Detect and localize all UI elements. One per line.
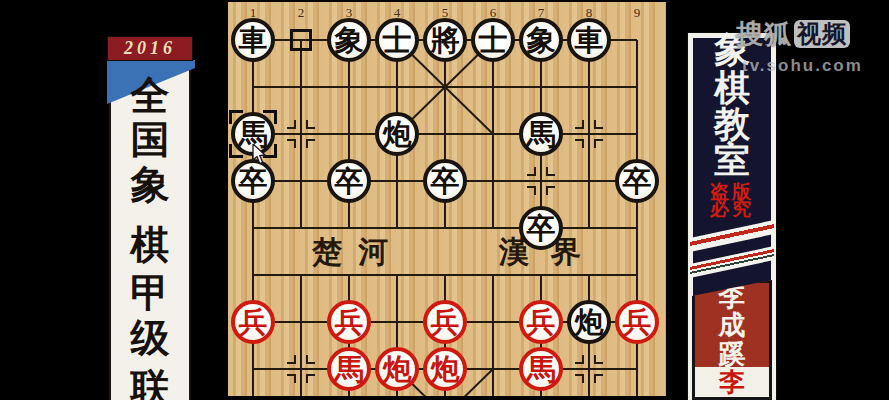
- point-marker: [546, 186, 555, 195]
- selection-corner: [263, 110, 277, 124]
- point-marker: [575, 355, 584, 364]
- piece-glyph: 將: [431, 22, 460, 58]
- red-piece-炮[interactable]: 炮: [423, 347, 467, 391]
- tournament-title-char: 联: [109, 366, 191, 400]
- red-piece-馬[interactable]: 馬: [519, 347, 563, 391]
- red-piece-兵[interactable]: 兵: [519, 300, 563, 344]
- piece-glyph: 兵: [527, 304, 556, 340]
- black-piece-卒[interactable]: 卒: [231, 159, 275, 203]
- classroom-title-char: 教: [688, 104, 776, 144]
- point-marker: [575, 374, 584, 383]
- piece-glyph: 兵: [431, 304, 460, 340]
- red-piece-兵[interactable]: 兵: [231, 300, 275, 344]
- red-piece-兵[interactable]: 兵: [423, 300, 467, 344]
- piece-glyph: 卒: [623, 163, 652, 199]
- tournament-title-char: 棋: [109, 223, 191, 267]
- black-piece-車[interactable]: 車: [567, 18, 611, 62]
- piece-glyph: 車: [575, 22, 604, 58]
- point-marker: [306, 374, 315, 383]
- file-label-2: 2: [291, 5, 311, 21]
- video-frame: 2016 全国象棋甲级联 123456789 楚河漢界 車象士將士象車馬炮馬卒卒…: [0, 0, 889, 400]
- black-piece-炮[interactable]: 炮: [375, 112, 419, 156]
- point-marker: [546, 167, 555, 176]
- point-marker: [287, 355, 296, 364]
- point-marker: [527, 186, 536, 195]
- piece-glyph: 馬: [335, 351, 364, 387]
- piece-glyph: 兵: [623, 304, 652, 340]
- black-piece-卒[interactable]: 卒: [327, 159, 371, 203]
- piece-glyph: 士: [479, 22, 508, 58]
- point-marker: [306, 120, 315, 129]
- point-marker: [594, 355, 603, 364]
- black-piece-將[interactable]: 將: [423, 18, 467, 62]
- red-piece-兵[interactable]: 兵: [615, 300, 659, 344]
- piece-glyph: 炮: [431, 351, 460, 387]
- presenter-name-char: 蹊: [695, 339, 769, 369]
- point-marker: [287, 374, 296, 383]
- next-name-char: 李: [719, 368, 745, 397]
- piece-glyph: 炮: [383, 116, 412, 152]
- piece-glyph: 兵: [239, 304, 268, 340]
- piece-glyph: 士: [383, 22, 412, 58]
- piece-glyph: 卒: [239, 163, 268, 199]
- black-piece-士[interactable]: 士: [471, 18, 515, 62]
- black-piece-象[interactable]: 象: [519, 18, 563, 62]
- sohu-video-watermark: 搜狐 视频 tv.sohu.com: [736, 16, 888, 76]
- tournament-title-char: 国: [109, 118, 191, 162]
- piece-glyph: 象: [335, 22, 364, 58]
- selection-corner: [229, 144, 243, 158]
- point-marker: [287, 139, 296, 148]
- point-marker: [594, 120, 603, 129]
- sohu-brand-text: 搜狐: [736, 16, 792, 52]
- point-marker: [287, 120, 296, 129]
- black-piece-卒[interactable]: 卒: [615, 159, 659, 203]
- selection-corner: [229, 110, 243, 124]
- point-marker: [306, 355, 315, 364]
- black-piece-卒[interactable]: 卒: [519, 206, 563, 250]
- presenter-name-plate: 李成蹊 李: [692, 280, 772, 400]
- river-label: 河: [355, 234, 391, 270]
- right-channel-banner: 象棋教室 盗版必究 李成蹊 李: [688, 33, 776, 400]
- piece-glyph: 馬: [527, 351, 556, 387]
- red-piece-馬[interactable]: 馬: [327, 347, 371, 391]
- point-marker: [575, 120, 584, 129]
- river-label: 楚: [309, 234, 345, 270]
- black-piece-卒[interactable]: 卒: [423, 159, 467, 203]
- point-marker: [575, 139, 584, 148]
- piece-glyph: 卒: [335, 163, 364, 199]
- xiangqi-board[interactable]: 123456789 楚河漢界 車象士將士象車馬炮馬卒卒卒卒卒兵兵兵兵炮兵馬炮炮馬: [228, 2, 666, 396]
- piece-glyph: 車: [239, 22, 268, 58]
- piece-glyph: 卒: [527, 210, 556, 246]
- presenter-name-char: 成: [695, 310, 769, 340]
- black-piece-車[interactable]: 車: [231, 18, 275, 62]
- point-marker: [594, 374, 603, 383]
- classroom-title-char: 室: [688, 140, 776, 180]
- file-label-9: 9: [627, 5, 647, 21]
- piece-glyph: 卒: [431, 163, 460, 199]
- left-tournament-banner: 2016 全国象棋甲级联: [104, 36, 196, 400]
- red-piece-兵[interactable]: 兵: [327, 300, 371, 344]
- next-name-plate: 李: [695, 367, 769, 397]
- red-piece-炮[interactable]: 炮: [375, 347, 419, 391]
- tournament-title-char: 全: [109, 74, 191, 118]
- tournament-title-char: 象: [109, 163, 191, 207]
- piece-glyph: 炮: [575, 304, 604, 340]
- tournament-title-char: 甲: [109, 271, 191, 315]
- piece-glyph: 象: [527, 22, 556, 58]
- last-move-from-marker: [290, 29, 312, 51]
- black-piece-士[interactable]: 士: [375, 18, 419, 62]
- point-marker: [527, 167, 536, 176]
- piracy-warning-row: 必究: [688, 198, 776, 220]
- piece-glyph: 馬: [527, 116, 556, 152]
- piece-glyph: 兵: [335, 304, 364, 340]
- black-piece-象[interactable]: 象: [327, 18, 371, 62]
- sohu-url-text: tv.sohu.com: [742, 56, 888, 76]
- tournament-year: 2016: [107, 36, 193, 61]
- point-marker: [306, 139, 315, 148]
- black-piece-炮[interactable]: 炮: [567, 300, 611, 344]
- point-marker: [594, 139, 603, 148]
- sohu-video-badge: 视频: [794, 20, 850, 48]
- tournament-title-char: 级: [109, 316, 191, 360]
- mouse-cursor-icon: [252, 144, 267, 165]
- black-piece-馬[interactable]: 馬: [519, 112, 563, 156]
- piece-glyph: 炮: [383, 351, 412, 387]
